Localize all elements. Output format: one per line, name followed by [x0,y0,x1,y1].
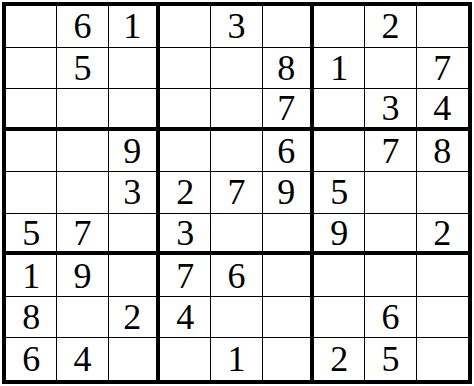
sudoku-cell[interactable]: 7 [211,172,262,214]
sudoku-cell[interactable]: 4 [160,297,211,339]
sudoku-cell[interactable]: 2 [417,214,468,256]
sudoku-cell[interactable]: 1 [211,338,262,380]
sudoku-cell[interactable] [57,89,108,131]
sudoku-cell[interactable] [365,255,416,297]
sudoku-cell[interactable]: 5 [57,48,108,90]
sudoku-board: 61325817734967832795573921976824664125 [2,2,472,384]
sudoku-cell[interactable]: 9 [109,131,160,173]
sudoku-cell[interactable]: 4 [417,89,468,131]
sudoku-cell[interactable]: 2 [314,338,365,380]
sudoku-cell[interactable] [6,48,57,90]
sudoku-cell[interactable]: 4 [57,338,108,380]
sudoku-cell[interactable] [57,297,108,339]
sudoku-cell[interactable]: 7 [263,89,314,131]
sudoku-cell[interactable] [109,338,160,380]
sudoku-cell[interactable] [263,297,314,339]
sudoku-cell[interactable]: 7 [417,48,468,90]
sudoku-cell[interactable]: 2 [160,172,211,214]
sudoku-cell[interactable] [314,297,365,339]
sudoku-cell[interactable]: 7 [160,255,211,297]
sudoku-cell[interactable] [263,214,314,256]
sudoku-cell[interactable] [211,131,262,173]
sudoku-cell[interactable] [417,297,468,339]
sudoku-cell[interactable]: 2 [365,6,416,48]
sudoku-cell[interactable] [109,255,160,297]
sudoku-cell[interactable] [211,297,262,339]
sudoku-cell[interactable] [109,214,160,256]
sudoku-cell[interactable]: 6 [263,131,314,173]
sudoku-cell[interactable]: 7 [365,131,416,173]
sudoku-cell[interactable]: 1 [314,48,365,90]
sudoku-cell[interactable] [417,338,468,380]
sudoku-cell[interactable] [211,214,262,256]
sudoku-cell[interactable] [160,48,211,90]
sudoku-cell[interactable]: 6 [211,255,262,297]
sudoku-cell[interactable] [263,255,314,297]
sudoku-cell[interactable] [365,48,416,90]
sudoku-cell[interactable] [314,131,365,173]
sudoku-cell[interactable]: 6 [365,297,416,339]
sudoku-cell[interactable] [109,48,160,90]
sudoku-cell[interactable] [417,172,468,214]
sudoku-cell[interactable]: 5 [365,338,416,380]
sudoku-cell[interactable] [417,6,468,48]
sudoku-cell[interactable] [57,131,108,173]
sudoku-cell[interactable] [314,255,365,297]
sudoku-cell[interactable] [160,338,211,380]
sudoku-cell[interactable] [6,89,57,131]
sudoku-cell[interactable] [211,89,262,131]
sudoku-cell[interactable]: 1 [6,255,57,297]
sudoku-cell[interactable]: 5 [6,214,57,256]
sudoku-cell[interactable] [263,6,314,48]
sudoku-cell[interactable] [57,172,108,214]
sudoku-cell[interactable]: 8 [263,48,314,90]
sudoku-cell[interactable]: 8 [417,131,468,173]
sudoku-cell[interactable] [160,6,211,48]
sudoku-page: 61325817734967832795573921976824664125 [0,0,474,386]
sudoku-cell[interactable] [211,48,262,90]
sudoku-cell[interactable]: 1 [109,6,160,48]
sudoku-cell[interactable]: 6 [6,338,57,380]
sudoku-cell[interactable] [6,131,57,173]
sudoku-cell[interactable]: 3 [211,6,262,48]
sudoku-cell[interactable]: 9 [314,214,365,256]
sudoku-cell[interactable] [6,6,57,48]
sudoku-cell[interactable] [314,6,365,48]
sudoku-cell[interactable]: 9 [263,172,314,214]
sudoku-cell[interactable] [417,255,468,297]
sudoku-cell[interactable]: 3 [365,89,416,131]
sudoku-cell[interactable]: 3 [109,172,160,214]
sudoku-cell[interactable]: 6 [57,6,108,48]
sudoku-cell[interactable] [160,131,211,173]
sudoku-cell[interactable]: 7 [57,214,108,256]
sudoku-cell[interactable] [109,89,160,131]
sudoku-cell[interactable]: 2 [109,297,160,339]
sudoku-cell[interactable] [365,172,416,214]
sudoku-cell[interactable] [314,89,365,131]
sudoku-cell[interactable] [263,338,314,380]
sudoku-cell[interactable]: 3 [160,214,211,256]
sudoku-cell[interactable]: 8 [6,297,57,339]
sudoku-cell[interactable] [6,172,57,214]
sudoku-cell[interactable]: 5 [314,172,365,214]
sudoku-cell[interactable] [365,214,416,256]
sudoku-cell[interactable]: 9 [57,255,108,297]
sudoku-cell[interactable] [160,89,211,131]
